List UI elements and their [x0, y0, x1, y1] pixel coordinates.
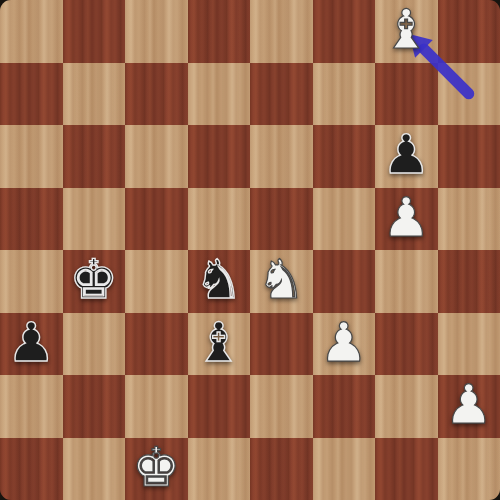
square-b6[interactable]	[63, 125, 126, 188]
square-a6[interactable]	[0, 125, 63, 188]
square-f8[interactable]	[313, 0, 376, 63]
square-g2[interactable]	[375, 375, 438, 438]
square-g3[interactable]	[375, 313, 438, 376]
chess-board: ♝♟♟♚♞♞♟♝♟♟♚	[0, 0, 500, 500]
square-h2[interactable]: ♟	[438, 375, 500, 438]
square-h1[interactable]	[438, 438, 500, 500]
square-h3[interactable]	[438, 313, 500, 376]
square-b1[interactable]	[63, 438, 126, 500]
square-h6[interactable]	[438, 125, 500, 188]
square-f1[interactable]	[313, 438, 376, 500]
square-g7[interactable]	[375, 63, 438, 126]
white-knight[interactable]: ♞	[250, 249, 313, 312]
white-bishop[interactable]: ♝	[375, 0, 438, 62]
square-a8[interactable]	[0, 0, 63, 63]
square-f4[interactable]	[313, 250, 376, 313]
square-e5[interactable]	[250, 188, 313, 251]
square-c8[interactable]	[125, 0, 188, 63]
square-a5[interactable]	[0, 188, 63, 251]
square-c4[interactable]	[125, 250, 188, 313]
square-d6[interactable]	[188, 125, 251, 188]
square-a4[interactable]	[0, 250, 63, 313]
square-d8[interactable]	[188, 0, 251, 63]
square-a3[interactable]: ♟	[0, 313, 63, 376]
square-c3[interactable]	[125, 313, 188, 376]
square-d3[interactable]: ♝	[188, 313, 251, 376]
square-h7[interactable]	[438, 63, 500, 126]
square-g1[interactable]	[375, 438, 438, 500]
square-d4[interactable]: ♞	[188, 250, 251, 313]
white-pawn[interactable]: ♟	[438, 374, 500, 437]
black-knight[interactable]: ♞	[188, 249, 251, 312]
square-f5[interactable]	[313, 188, 376, 251]
square-d1[interactable]	[188, 438, 251, 500]
square-a2[interactable]	[0, 375, 63, 438]
square-e7[interactable]	[250, 63, 313, 126]
square-d2[interactable]	[188, 375, 251, 438]
square-a7[interactable]	[0, 63, 63, 126]
square-g5[interactable]: ♟	[375, 188, 438, 251]
black-pawn[interactable]: ♟	[375, 124, 438, 187]
square-f6[interactable]	[313, 125, 376, 188]
square-b2[interactable]	[63, 375, 126, 438]
square-h4[interactable]	[438, 250, 500, 313]
black-king[interactable]: ♚	[63, 249, 126, 312]
square-b7[interactable]	[63, 63, 126, 126]
square-e3[interactable]	[250, 313, 313, 376]
square-c1[interactable]: ♚	[125, 438, 188, 500]
square-e6[interactable]	[250, 125, 313, 188]
square-g8[interactable]: ♝	[375, 0, 438, 63]
square-c5[interactable]	[125, 188, 188, 251]
square-e4[interactable]: ♞	[250, 250, 313, 313]
black-bishop[interactable]: ♝	[188, 312, 251, 375]
square-e1[interactable]	[250, 438, 313, 500]
square-f2[interactable]	[313, 375, 376, 438]
square-d7[interactable]	[188, 63, 251, 126]
square-e8[interactable]	[250, 0, 313, 63]
square-h8[interactable]	[438, 0, 500, 63]
square-f7[interactable]	[313, 63, 376, 126]
square-b5[interactable]	[63, 188, 126, 251]
square-c6[interactable]	[125, 125, 188, 188]
square-h5[interactable]	[438, 188, 500, 251]
square-e2[interactable]	[250, 375, 313, 438]
square-c7[interactable]	[125, 63, 188, 126]
square-b4[interactable]: ♚	[63, 250, 126, 313]
white-pawn[interactable]: ♟	[313, 312, 376, 375]
square-b3[interactable]	[63, 313, 126, 376]
square-c2[interactable]	[125, 375, 188, 438]
square-f3[interactable]: ♟	[313, 313, 376, 376]
black-pawn[interactable]: ♟	[0, 312, 63, 375]
square-g6[interactable]: ♟	[375, 125, 438, 188]
square-a1[interactable]	[0, 438, 63, 500]
square-d5[interactable]	[188, 188, 251, 251]
square-g4[interactable]	[375, 250, 438, 313]
white-pawn[interactable]: ♟	[375, 187, 438, 250]
square-b8[interactable]	[63, 0, 126, 63]
white-king[interactable]: ♚	[125, 437, 188, 500]
